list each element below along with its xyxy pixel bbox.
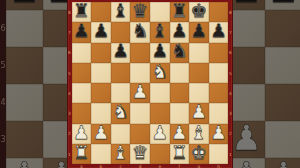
- square-c7[interactable]: [111, 22, 131, 42]
- file-label: a: [72, 164, 92, 168]
- bg-square-h3: [265, 121, 300, 158]
- rank-label: 5: [67, 63, 71, 83]
- square-h8[interactable]: [209, 2, 229, 22]
- piece-white-rook-f1[interactable]: ♜: [170, 143, 190, 163]
- piece-black-pawn-a7[interactable]: ♟: [72, 21, 92, 41]
- bg-piece-black-pawn-a7: ♟: [6, 0, 43, 9]
- rank-labels-left: 87654321: [67, 2, 71, 164]
- bg-rank-label: 3: [0, 121, 6, 158]
- bg-square-a4: [6, 84, 43, 121]
- rank-label: 5: [228, 63, 232, 83]
- square-a1[interactable]: ♜: [72, 144, 92, 164]
- bg-square-h2: ♟: [265, 158, 300, 168]
- square-a7[interactable]: ♟: [72, 22, 92, 42]
- square-d2[interactable]: [130, 124, 150, 144]
- rank-label: 6: [228, 43, 232, 63]
- piece-black-king-g8[interactable]: ♚: [189, 1, 209, 21]
- bg-square-a2: ♟: [6, 158, 43, 168]
- piece-black-bishop-e7[interactable]: ♝: [150, 21, 170, 41]
- square-e2[interactable]: ♟: [150, 124, 170, 144]
- square-b8[interactable]: [91, 2, 111, 22]
- square-g1[interactable]: ♚: [189, 144, 209, 164]
- square-b7[interactable]: ♟: [91, 22, 111, 42]
- square-h1[interactable]: [209, 144, 229, 164]
- square-d4[interactable]: ♟: [130, 83, 150, 103]
- square-c8[interactable]: ♝: [111, 2, 131, 22]
- piece-white-pawn-a2[interactable]: ♟: [72, 123, 92, 143]
- square-b5[interactable]: [91, 63, 111, 83]
- bg-square-a7: ♟: [6, 0, 43, 10]
- square-d6[interactable]: [130, 43, 150, 63]
- video-frame: ♜♝♛♜♚♟♟♞♝♟♟♟♟♟♞♞♟♞♟♟♟♟♟♝♟♜♝♛♜♚8765432187…: [0, 0, 300, 168]
- rank-label: 3: [228, 103, 232, 123]
- piece-black-pawn-f7[interactable]: ♟: [170, 21, 190, 41]
- square-g7[interactable]: ♟: [189, 22, 209, 42]
- rank-label: 4: [228, 83, 232, 103]
- rank-label: 2: [228, 124, 232, 144]
- piece-white-rook-a1[interactable]: ♜: [72, 143, 92, 163]
- piece-white-king-g1[interactable]: ♚: [189, 143, 209, 163]
- square-h2[interactable]: ♟: [209, 124, 229, 144]
- bg-rank-label: 6: [0, 10, 6, 47]
- file-label: h: [209, 164, 229, 168]
- square-h3[interactable]: [209, 103, 229, 123]
- square-c5[interactable]: [111, 63, 131, 83]
- file-label: g: [189, 164, 209, 168]
- square-f8[interactable]: ♜: [170, 2, 190, 22]
- piece-white-knight-c3[interactable]: ♞: [111, 102, 131, 122]
- square-e5[interactable]: ♞: [150, 63, 170, 83]
- bg-square-h7: ♟: [265, 0, 300, 10]
- bg-piece-white-bishop-g2: ♝: [228, 157, 265, 168]
- bg-square-g5: [228, 47, 265, 84]
- rank-label: 8: [228, 2, 232, 22]
- rank-label: 2: [67, 124, 71, 144]
- bg-rank-label: 7: [0, 0, 6, 10]
- rank-label: 1: [67, 144, 71, 164]
- bg-square-h5: [265, 47, 300, 84]
- bg-square-h4: [265, 84, 300, 121]
- file-label: e: [150, 164, 170, 168]
- bg-square-g4: [228, 84, 265, 121]
- piece-white-knight-e5[interactable]: ♞: [150, 62, 170, 82]
- square-f6[interactable]: ♞: [170, 43, 190, 63]
- square-g6[interactable]: [189, 43, 209, 63]
- square-g4[interactable]: [189, 83, 209, 103]
- square-a3[interactable]: [72, 103, 92, 123]
- square-b4[interactable]: [91, 83, 111, 103]
- file-label: f: [170, 164, 190, 168]
- square-g2[interactable]: ♝: [189, 124, 209, 144]
- square-b1[interactable]: [91, 144, 111, 164]
- bg-square-a6: [6, 10, 43, 47]
- piece-black-knight-d7[interactable]: ♞: [130, 21, 150, 41]
- square-b3[interactable]: [91, 103, 111, 123]
- squares-grid: ♜♝♛♜♚♟♟♞♝♟♟♟♟♟♞♞♟♞♟♟♟♟♟♝♟♜♝♛♜♚: [72, 2, 229, 164]
- square-h6[interactable]: [209, 43, 229, 63]
- rank-label: 3: [67, 103, 71, 123]
- square-g8[interactable]: ♚: [189, 2, 209, 22]
- square-d3[interactable]: [130, 103, 150, 123]
- chess-board: ♜♝♛♜♚♟♟♞♝♟♟♟♟♟♞♞♟♞♟♟♟♟♟♝♟♜♝♛♜♚8765432187…: [67, 0, 232, 168]
- square-e1[interactable]: [150, 144, 170, 164]
- square-c1[interactable]: ♝: [111, 144, 131, 164]
- piece-white-bishop-c1[interactable]: ♝: [111, 143, 131, 163]
- piece-black-pawn-g7[interactable]: ♟: [189, 21, 209, 41]
- piece-white-pawn-g3[interactable]: ♟: [189, 102, 209, 122]
- square-h7[interactable]: ♟: [209, 22, 229, 42]
- square-a5[interactable]: [72, 63, 92, 83]
- bg-square-g6: [228, 10, 265, 47]
- piece-black-knight-f6[interactable]: ♞: [170, 42, 190, 62]
- square-d8[interactable]: ♛: [130, 2, 150, 22]
- square-c6[interactable]: ♟: [111, 43, 131, 63]
- bg-rank-labels-left: 87654321: [0, 0, 6, 168]
- square-f1[interactable]: ♜: [170, 144, 190, 164]
- square-d1[interactable]: ♛: [130, 144, 150, 164]
- square-a8[interactable]: ♜: [72, 2, 92, 22]
- rank-label: 8: [67, 2, 71, 22]
- square-d5[interactable]: [130, 63, 150, 83]
- bg-piece-black-pawn-h7: ♟: [265, 0, 300, 9]
- piece-white-queen-d1[interactable]: ♛: [130, 143, 150, 163]
- square-c2[interactable]: [111, 124, 131, 144]
- rank-label: 6: [67, 43, 71, 63]
- bg-square-h6: [265, 10, 300, 47]
- square-b6[interactable]: [91, 43, 111, 63]
- file-labels: abcdefgh: [72, 164, 229, 168]
- bg-rank-label: 5: [0, 47, 6, 84]
- square-a2[interactable]: ♟: [72, 124, 92, 144]
- bg-rank-label: 2: [0, 158, 6, 168]
- square-e7[interactable]: ♝: [150, 22, 170, 42]
- piece-black-rook-f8[interactable]: ♜: [170, 1, 190, 21]
- bg-piece-black-pawn-g7: ♟: [228, 0, 265, 9]
- bg-square-g3: ♟: [228, 121, 265, 158]
- piece-black-pawn-h7[interactable]: ♟: [209, 21, 229, 41]
- bg-rank-label: 4: [0, 84, 6, 121]
- rank-labels-right: 87654321: [228, 2, 232, 164]
- piece-black-pawn-c6[interactable]: ♟: [111, 42, 131, 62]
- square-f2[interactable]: ♟: [170, 124, 190, 144]
- square-f5[interactable]: [170, 63, 190, 83]
- piece-black-pawn-b7[interactable]: ♟: [91, 21, 111, 41]
- piece-white-pawn-h2[interactable]: ♟: [209, 123, 229, 143]
- square-e3[interactable]: [150, 103, 170, 123]
- square-h5[interactable]: [209, 63, 229, 83]
- square-f7[interactable]: ♟: [170, 22, 190, 42]
- file-label: b: [91, 164, 111, 168]
- bg-square-a3: [6, 121, 43, 158]
- square-e6[interactable]: ♟: [150, 43, 170, 63]
- piece-white-pawn-e2[interactable]: ♟: [150, 123, 170, 143]
- square-c3[interactable]: ♞: [111, 103, 131, 123]
- piece-white-pawn-b2[interactable]: ♟: [91, 123, 111, 143]
- square-h4[interactable]: [209, 83, 229, 103]
- rank-label: 4: [67, 83, 71, 103]
- piece-black-pawn-e6[interactable]: ♟: [150, 42, 170, 62]
- square-d7[interactable]: ♞: [130, 22, 150, 42]
- square-c4[interactable]: [111, 83, 131, 103]
- piece-white-pawn-f2[interactable]: ♟: [170, 123, 190, 143]
- file-label: c: [111, 164, 131, 168]
- piece-white-bishop-g2[interactable]: ♝: [189, 123, 209, 143]
- rank-label: 7: [67, 22, 71, 42]
- square-a4[interactable]: [72, 83, 92, 103]
- square-g3[interactable]: ♟: [189, 103, 209, 123]
- bg-piece-white-pawn-a2: ♟: [6, 157, 43, 168]
- square-b2[interactable]: ♟: [91, 124, 111, 144]
- square-g5[interactable]: [189, 63, 209, 83]
- square-e4[interactable]: [150, 83, 170, 103]
- square-f3[interactable]: [170, 103, 190, 123]
- piece-black-bishop-c8[interactable]: ♝: [111, 1, 131, 21]
- rank-label: 1: [228, 144, 232, 164]
- bg-piece-white-pawn-g3: ♟: [228, 120, 265, 157]
- square-a6[interactable]: [72, 43, 92, 63]
- piece-white-pawn-d4[interactable]: ♟: [130, 82, 150, 102]
- square-f4[interactable]: [170, 83, 190, 103]
- bg-square-g7: ♟: [228, 0, 265, 10]
- square-e8[interactable]: [150, 2, 170, 22]
- piece-black-queen-d8[interactable]: ♛: [130, 1, 150, 21]
- bg-square-a5: [6, 47, 43, 84]
- bg-square-g2: ♝: [228, 158, 265, 168]
- file-label: d: [130, 164, 150, 168]
- bg-piece-white-pawn-h2: ♟: [265, 157, 300, 168]
- piece-black-rook-a8[interactable]: ♜: [72, 1, 92, 21]
- rank-label: 7: [228, 22, 232, 42]
